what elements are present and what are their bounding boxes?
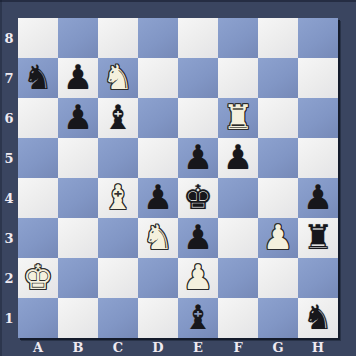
square-b5[interactable] <box>58 138 98 178</box>
piece-white-rook-f6[interactable]: ♜ <box>223 100 253 134</box>
square-h1[interactable]: ♞ <box>298 298 338 338</box>
square-g1[interactable] <box>258 298 298 338</box>
piece-white-pawn-g3[interactable]: ♟ <box>263 220 293 254</box>
square-b1[interactable] <box>58 298 98 338</box>
piece-black-pawn-e5[interactable]: ♟ <box>183 140 213 174</box>
square-f6[interactable]: ♜ <box>218 98 258 138</box>
file-label-c: C <box>98 338 138 356</box>
square-f5[interactable]: ♟ <box>218 138 258 178</box>
file-label-g: G <box>258 338 298 356</box>
file-label-f: F <box>218 338 258 356</box>
rank-label-8: 8 <box>0 18 18 58</box>
piece-black-rook-h3[interactable]: ♜ <box>303 220 333 254</box>
rank-label-6: 6 <box>0 98 18 138</box>
square-h5[interactable] <box>298 138 338 178</box>
rank-label-3: 3 <box>0 218 18 258</box>
square-b7[interactable]: ♟ <box>58 58 98 98</box>
rank-label-7: 7 <box>0 58 18 98</box>
square-c8[interactable] <box>98 18 138 58</box>
square-b3[interactable] <box>58 218 98 258</box>
piece-black-pawn-h4[interactable]: ♟ <box>303 180 333 214</box>
square-g4[interactable] <box>258 178 298 218</box>
square-d3[interactable]: ♞ <box>138 218 178 258</box>
square-b6[interactable]: ♟ <box>58 98 98 138</box>
square-c5[interactable] <box>98 138 138 178</box>
square-g7[interactable] <box>258 58 298 98</box>
piece-black-pawn-e3[interactable]: ♟ <box>183 220 213 254</box>
square-f1[interactable] <box>218 298 258 338</box>
square-b4[interactable] <box>58 178 98 218</box>
rank-labels: 87654321 <box>0 18 18 338</box>
piece-black-bishop-c6[interactable]: ♝ <box>103 100 133 134</box>
square-h7[interactable] <box>298 58 338 98</box>
square-h4[interactable]: ♟ <box>298 178 338 218</box>
square-f7[interactable] <box>218 58 258 98</box>
square-f3[interactable] <box>218 218 258 258</box>
square-b8[interactable] <box>58 18 98 58</box>
square-a8[interactable] <box>18 18 58 58</box>
piece-white-knight-c7[interactable]: ♞ <box>103 60 133 94</box>
square-a2[interactable]: ♚ <box>18 258 58 298</box>
piece-black-king-e4[interactable]: ♚ <box>183 180 213 214</box>
square-d1[interactable] <box>138 298 178 338</box>
square-a5[interactable] <box>18 138 58 178</box>
square-e1[interactable]: ♝ <box>178 298 218 338</box>
file-label-d: D <box>138 338 178 356</box>
piece-white-pawn-e2[interactable]: ♟ <box>183 260 213 294</box>
square-g5[interactable] <box>258 138 298 178</box>
square-d7[interactable] <box>138 58 178 98</box>
square-d8[interactable] <box>138 18 178 58</box>
square-c6[interactable]: ♝ <box>98 98 138 138</box>
square-e8[interactable] <box>178 18 218 58</box>
file-label-h: H <box>298 338 338 356</box>
chess-board: ♞♟♞♟♝♜♟♟♝♟♚♟♞♟♟♜♚♟♝♞ <box>18 18 338 338</box>
square-d6[interactable] <box>138 98 178 138</box>
square-h8[interactable] <box>298 18 338 58</box>
square-a6[interactable] <box>18 98 58 138</box>
square-e5[interactable]: ♟ <box>178 138 218 178</box>
rank-label-5: 5 <box>0 138 18 178</box>
square-c3[interactable] <box>98 218 138 258</box>
square-e2[interactable]: ♟ <box>178 258 218 298</box>
piece-black-pawn-f5[interactable]: ♟ <box>223 140 253 174</box>
square-h6[interactable] <box>298 98 338 138</box>
square-f2[interactable] <box>218 258 258 298</box>
piece-black-pawn-b7[interactable]: ♟ <box>63 60 93 94</box>
file-labels: ABCDEFGH <box>18 338 338 356</box>
file-label-e: E <box>178 338 218 356</box>
square-a1[interactable] <box>18 298 58 338</box>
piece-white-king-a2[interactable]: ♚ <box>23 260 53 294</box>
square-g6[interactable] <box>258 98 298 138</box>
square-c2[interactable] <box>98 258 138 298</box>
piece-black-knight-a7[interactable]: ♞ <box>23 60 53 94</box>
piece-black-bishop-e1[interactable]: ♝ <box>183 300 213 334</box>
square-d2[interactable] <box>138 258 178 298</box>
piece-black-knight-h1[interactable]: ♞ <box>303 300 333 334</box>
piece-white-bishop-c4[interactable]: ♝ <box>103 180 133 214</box>
square-f8[interactable] <box>218 18 258 58</box>
square-g2[interactable] <box>258 258 298 298</box>
square-c4[interactable]: ♝ <box>98 178 138 218</box>
square-e6[interactable] <box>178 98 218 138</box>
piece-black-pawn-d4[interactable]: ♟ <box>143 180 173 214</box>
square-g8[interactable] <box>258 18 298 58</box>
rank-label-1: 1 <box>0 298 18 338</box>
square-g3[interactable]: ♟ <box>258 218 298 258</box>
piece-black-pawn-b6[interactable]: ♟ <box>63 100 93 134</box>
chess-diagram-frame: 87654321 ♞♟♞♟♝♜♟♟♝♟♚♟♞♟♟♜♚♟♝♞ ABCDEFGH <box>0 0 356 356</box>
square-c1[interactable] <box>98 298 138 338</box>
file-label-a: A <box>18 338 58 356</box>
rank-label-2: 2 <box>0 258 18 298</box>
square-d4[interactable]: ♟ <box>138 178 178 218</box>
piece-white-knight-d3[interactable]: ♞ <box>143 220 173 254</box>
square-b2[interactable] <box>58 258 98 298</box>
rank-label-4: 4 <box>0 178 18 218</box>
square-h2[interactable] <box>298 258 338 298</box>
square-a3[interactable] <box>18 218 58 258</box>
square-e7[interactable] <box>178 58 218 98</box>
square-a7[interactable]: ♞ <box>18 58 58 98</box>
square-a4[interactable] <box>18 178 58 218</box>
square-h3[interactable]: ♜ <box>298 218 338 258</box>
square-d5[interactable] <box>138 138 178 178</box>
square-e3[interactable]: ♟ <box>178 218 218 258</box>
square-f4[interactable] <box>218 178 258 218</box>
square-e4[interactable]: ♚ <box>178 178 218 218</box>
square-c7[interactable]: ♞ <box>98 58 138 98</box>
file-label-b: B <box>58 338 98 356</box>
